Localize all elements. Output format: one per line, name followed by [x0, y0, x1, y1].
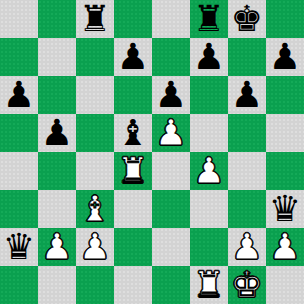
black-pawn[interactable]: ♟	[41, 114, 73, 152]
square-h7[interactable]: ♟	[266, 38, 304, 76]
black-queen[interactable]: ♛	[3, 228, 35, 266]
black-pawn[interactable]: ♟	[231, 76, 263, 114]
square-d2[interactable]	[114, 228, 152, 266]
white-pawn[interactable]: ♟	[155, 114, 187, 152]
white-rook[interactable]: ♜	[117, 152, 149, 190]
square-c7[interactable]	[76, 38, 114, 76]
white-pawn[interactable]: ♟	[269, 228, 301, 266]
square-b6[interactable]	[38, 76, 76, 114]
square-g4[interactable]	[228, 152, 266, 190]
white-pawn[interactable]: ♟	[231, 228, 263, 266]
square-f8[interactable]: ♜	[190, 0, 228, 38]
square-g8[interactable]: ♚	[228, 0, 266, 38]
square-g2[interactable]: ♟	[228, 228, 266, 266]
square-c4[interactable]	[76, 152, 114, 190]
square-b4[interactable]	[38, 152, 76, 190]
square-h4[interactable]	[266, 152, 304, 190]
black-pawn[interactable]: ♟	[117, 38, 149, 76]
white-pawn[interactable]: ♟	[193, 152, 225, 190]
square-f1[interactable]: ♜	[190, 266, 228, 304]
square-d8[interactable]	[114, 0, 152, 38]
square-a5[interactable]	[0, 114, 38, 152]
white-king[interactable]: ♚	[231, 266, 263, 304]
square-e2[interactable]	[152, 228, 190, 266]
square-f7[interactable]: ♟	[190, 38, 228, 76]
square-c1[interactable]	[76, 266, 114, 304]
square-b3[interactable]	[38, 190, 76, 228]
black-rook[interactable]: ♜	[193, 0, 225, 38]
square-f5[interactable]	[190, 114, 228, 152]
square-a7[interactable]	[0, 38, 38, 76]
square-e6[interactable]: ♟	[152, 76, 190, 114]
black-bishop[interactable]: ♝	[117, 114, 149, 152]
black-king[interactable]: ♚	[231, 0, 263, 38]
square-c8[interactable]: ♜	[76, 0, 114, 38]
square-d7[interactable]: ♟	[114, 38, 152, 76]
white-bishop[interactable]: ♝	[79, 190, 111, 228]
square-h2[interactable]: ♟	[266, 228, 304, 266]
square-e4[interactable]	[152, 152, 190, 190]
square-c3[interactable]: ♝	[76, 190, 114, 228]
square-f3[interactable]	[190, 190, 228, 228]
square-e5[interactable]: ♟	[152, 114, 190, 152]
chess-board: ♜♜♚♟♟♟♟♟♟♟♝♟♜♟♝♛♛♟♟♟♟♜♚	[0, 0, 304, 304]
square-c5[interactable]	[76, 114, 114, 152]
square-d4[interactable]: ♜	[114, 152, 152, 190]
square-d3[interactable]	[114, 190, 152, 228]
black-pawn[interactable]: ♟	[3, 76, 35, 114]
square-c6[interactable]	[76, 76, 114, 114]
white-rook[interactable]: ♜	[193, 266, 225, 304]
black-queen[interactable]: ♛	[269, 190, 301, 228]
square-b8[interactable]	[38, 0, 76, 38]
square-b2[interactable]: ♟	[38, 228, 76, 266]
square-g6[interactable]: ♟	[228, 76, 266, 114]
square-a1[interactable]	[0, 266, 38, 304]
square-b5[interactable]: ♟	[38, 114, 76, 152]
square-b1[interactable]	[38, 266, 76, 304]
white-pawn[interactable]: ♟	[79, 228, 111, 266]
square-d6[interactable]	[114, 76, 152, 114]
square-e7[interactable]	[152, 38, 190, 76]
square-f4[interactable]: ♟	[190, 152, 228, 190]
square-a4[interactable]	[0, 152, 38, 190]
black-pawn[interactable]: ♟	[155, 76, 187, 114]
square-f2[interactable]	[190, 228, 228, 266]
square-h3[interactable]: ♛	[266, 190, 304, 228]
square-f6[interactable]	[190, 76, 228, 114]
square-a6[interactable]: ♟	[0, 76, 38, 114]
square-a3[interactable]	[0, 190, 38, 228]
square-e3[interactable]	[152, 190, 190, 228]
square-a8[interactable]	[0, 0, 38, 38]
square-h1[interactable]	[266, 266, 304, 304]
square-g3[interactable]	[228, 190, 266, 228]
black-pawn[interactable]: ♟	[193, 38, 225, 76]
square-d5[interactable]: ♝	[114, 114, 152, 152]
square-h5[interactable]	[266, 114, 304, 152]
square-e8[interactable]	[152, 0, 190, 38]
square-d1[interactable]	[114, 266, 152, 304]
square-g1[interactable]: ♚	[228, 266, 266, 304]
square-g7[interactable]	[228, 38, 266, 76]
square-h6[interactable]	[266, 76, 304, 114]
square-a2[interactable]: ♛	[0, 228, 38, 266]
square-c2[interactable]: ♟	[76, 228, 114, 266]
white-pawn[interactable]: ♟	[41, 228, 73, 266]
black-rook[interactable]: ♜	[79, 0, 111, 38]
square-h8[interactable]	[266, 0, 304, 38]
square-b7[interactable]	[38, 38, 76, 76]
square-e1[interactable]	[152, 266, 190, 304]
black-pawn[interactable]: ♟	[269, 38, 301, 76]
square-g5[interactable]	[228, 114, 266, 152]
